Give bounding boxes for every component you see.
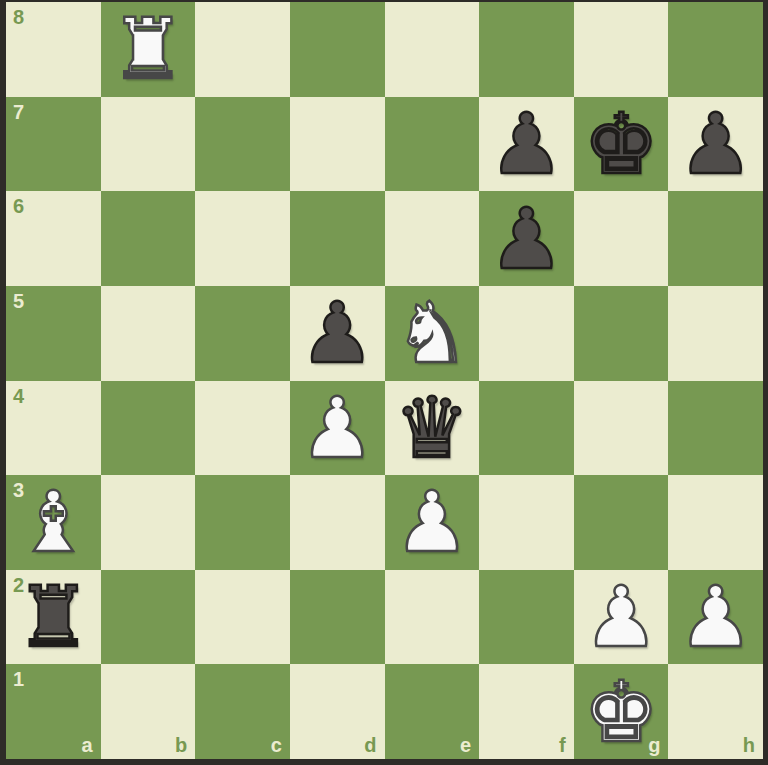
square-a1[interactable]: 1a [6, 664, 101, 759]
piece-white-bishop-a3[interactable]: ♝ [6, 475, 101, 570]
chess-board-frame: 8♜7♟♚♟6♟5♟♞4♟♛3♝♟2♜♟♟1abcdefg♚h [0, 0, 768, 765]
file-label-d: d [364, 735, 376, 755]
file-label-a: a [82, 735, 93, 755]
square-b6[interactable] [101, 191, 196, 286]
square-c2[interactable] [195, 570, 290, 665]
piece-white-rook-b8[interactable]: ♜ [101, 2, 196, 97]
square-b7[interactable] [101, 97, 196, 192]
chess-board: 8♜7♟♚♟6♟5♟♞4♟♛3♝♟2♜♟♟1abcdefg♚h [6, 2, 763, 759]
rank-label-7: 7 [13, 102, 24, 122]
square-g7[interactable]: ♚ [574, 97, 669, 192]
square-g3[interactable] [574, 475, 669, 570]
square-a2[interactable]: 2♜ [6, 570, 101, 665]
piece-black-pawn-f6[interactable]: ♟ [479, 191, 574, 286]
square-h7[interactable]: ♟ [668, 97, 763, 192]
square-e3[interactable]: ♟ [385, 475, 480, 570]
square-e7[interactable] [385, 97, 480, 192]
piece-black-queen-e4[interactable]: ♛ [385, 381, 480, 476]
square-g5[interactable] [574, 286, 669, 381]
square-c8[interactable] [195, 2, 290, 97]
piece-black-king-g7[interactable]: ♚ [574, 97, 669, 192]
file-label-h: h [743, 735, 755, 755]
square-c5[interactable] [195, 286, 290, 381]
piece-white-pawn-g2[interactable]: ♟ [574, 570, 669, 665]
piece-white-pawn-e3[interactable]: ♟ [385, 475, 480, 570]
file-label-b: b [175, 735, 187, 755]
square-f5[interactable] [479, 286, 574, 381]
file-label-f: f [559, 735, 566, 755]
square-h3[interactable] [668, 475, 763, 570]
rank-label-5: 5 [13, 291, 24, 311]
square-h8[interactable] [668, 2, 763, 97]
square-h5[interactable] [668, 286, 763, 381]
file-label-c: c [271, 735, 282, 755]
square-a4[interactable]: 4 [6, 381, 101, 476]
square-d6[interactable] [290, 191, 385, 286]
rank-label-8: 8 [13, 7, 24, 27]
piece-white-pawn-h2[interactable]: ♟ [668, 570, 763, 665]
piece-black-rook-a2[interactable]: ♜ [6, 570, 101, 665]
square-g2[interactable]: ♟ [574, 570, 669, 665]
square-c6[interactable] [195, 191, 290, 286]
square-h4[interactable] [668, 381, 763, 476]
piece-white-knight-e5[interactable]: ♞ [385, 286, 480, 381]
piece-black-pawn-d5[interactable]: ♟ [290, 286, 385, 381]
piece-black-pawn-f7[interactable]: ♟ [479, 97, 574, 192]
rank-label-4: 4 [13, 386, 24, 406]
square-h6[interactable] [668, 191, 763, 286]
square-a3[interactable]: 3♝ [6, 475, 101, 570]
square-h1[interactable]: h [668, 664, 763, 759]
square-c7[interactable] [195, 97, 290, 192]
square-a6[interactable]: 6 [6, 191, 101, 286]
piece-black-pawn-h7[interactable]: ♟ [668, 97, 763, 192]
square-c4[interactable] [195, 381, 290, 476]
square-g4[interactable] [574, 381, 669, 476]
rank-label-1: 1 [13, 669, 24, 689]
square-f8[interactable] [479, 2, 574, 97]
square-e4[interactable]: ♛ [385, 381, 480, 476]
square-d1[interactable]: d [290, 664, 385, 759]
square-e8[interactable] [385, 2, 480, 97]
square-f4[interactable] [479, 381, 574, 476]
square-c3[interactable] [195, 475, 290, 570]
square-g1[interactable]: g♚ [574, 664, 669, 759]
square-f6[interactable]: ♟ [479, 191, 574, 286]
square-a8[interactable]: 8 [6, 2, 101, 97]
square-f3[interactable] [479, 475, 574, 570]
square-b5[interactable] [101, 286, 196, 381]
rank-label-6: 6 [13, 196, 24, 216]
square-e1[interactable]: e [385, 664, 480, 759]
square-h2[interactable]: ♟ [668, 570, 763, 665]
square-f1[interactable]: f [479, 664, 574, 759]
square-g6[interactable] [574, 191, 669, 286]
square-d4[interactable]: ♟ [290, 381, 385, 476]
square-a7[interactable]: 7 [6, 97, 101, 192]
square-a5[interactable]: 5 [6, 286, 101, 381]
square-b8[interactable]: ♜ [101, 2, 196, 97]
square-d5[interactable]: ♟ [290, 286, 385, 381]
file-label-e: e [460, 735, 471, 755]
square-b4[interactable] [101, 381, 196, 476]
square-g8[interactable] [574, 2, 669, 97]
square-d2[interactable] [290, 570, 385, 665]
square-b2[interactable] [101, 570, 196, 665]
square-e5[interactable]: ♞ [385, 286, 480, 381]
piece-white-king-g1[interactable]: ♚ [574, 664, 669, 759]
square-f2[interactable] [479, 570, 574, 665]
square-b3[interactable] [101, 475, 196, 570]
square-e2[interactable] [385, 570, 480, 665]
square-d3[interactable] [290, 475, 385, 570]
square-d8[interactable] [290, 2, 385, 97]
square-c1[interactable]: c [195, 664, 290, 759]
square-b1[interactable]: b [101, 664, 196, 759]
square-d7[interactable] [290, 97, 385, 192]
square-f7[interactable]: ♟ [479, 97, 574, 192]
square-e6[interactable] [385, 191, 480, 286]
piece-white-pawn-d4[interactable]: ♟ [290, 381, 385, 476]
